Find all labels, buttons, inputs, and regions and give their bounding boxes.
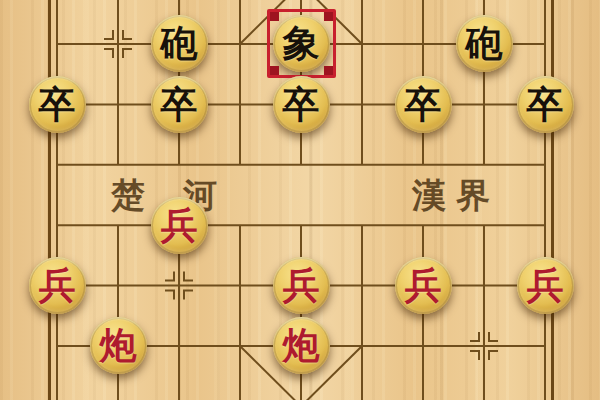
black-soldier[interactable]: 卒 bbox=[273, 76, 330, 133]
black-soldier-glyph: 卒 bbox=[39, 86, 76, 123]
red-cannon-glyph: 炮 bbox=[283, 327, 320, 364]
red-soldier-glyph: 兵 bbox=[405, 267, 442, 304]
black-cannon[interactable]: 砲 bbox=[456, 15, 513, 72]
red-soldier-glyph: 兵 bbox=[283, 267, 320, 304]
red-cannon[interactable]: 炮 bbox=[90, 317, 147, 374]
black-cannon-glyph: 砲 bbox=[466, 25, 503, 62]
red-soldier-glyph: 兵 bbox=[39, 267, 76, 304]
red-cannon-glyph: 炮 bbox=[100, 327, 137, 364]
red-soldier-glyph: 兵 bbox=[161, 207, 198, 244]
black-cannon[interactable]: 砲 bbox=[151, 15, 208, 72]
black-soldier-glyph: 卒 bbox=[283, 86, 320, 123]
black-soldier[interactable]: 卒 bbox=[151, 76, 208, 133]
red-soldier-glyph: 兵 bbox=[527, 267, 564, 304]
black-cannon-glyph: 砲 bbox=[161, 25, 198, 62]
black-elephant[interactable]: 象 bbox=[273, 15, 330, 72]
black-elephant-glyph: 象 bbox=[283, 25, 320, 62]
red-soldier[interactable]: 兵 bbox=[517, 257, 574, 314]
black-soldier-glyph: 卒 bbox=[161, 86, 198, 123]
red-soldier[interactable]: 兵 bbox=[395, 257, 452, 314]
red-soldier[interactable]: 兵 bbox=[151, 197, 208, 254]
black-soldier[interactable]: 卒 bbox=[395, 76, 452, 133]
black-soldier-glyph: 卒 bbox=[405, 86, 442, 123]
red-soldier[interactable]: 兵 bbox=[29, 257, 86, 314]
red-soldier[interactable]: 兵 bbox=[273, 257, 330, 314]
black-soldier-glyph: 卒 bbox=[527, 86, 564, 123]
board-intersection-grid[interactable]: 砲象砲卒卒卒卒卒兵兵兵兵兵炮炮 bbox=[27, 14, 576, 376]
xiangqi-board: 楚河 漢界 砲象砲卒卒卒卒卒兵兵兵兵兵炮炮 bbox=[0, 0, 600, 400]
black-soldier[interactable]: 卒 bbox=[517, 76, 574, 133]
red-cannon[interactable]: 炮 bbox=[273, 317, 330, 374]
black-soldier[interactable]: 卒 bbox=[29, 76, 86, 133]
